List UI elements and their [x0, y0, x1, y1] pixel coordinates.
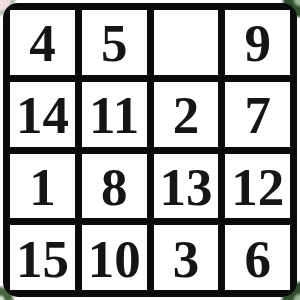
tile-10[interactable]: 10 — [82, 225, 147, 290]
tile-2[interactable]: 2 — [154, 82, 219, 147]
tile-15[interactable]: 15 — [10, 225, 75, 290]
tile-9[interactable]: 9 — [225, 10, 290, 75]
tile-6[interactable]: 6 — [225, 225, 290, 290]
fifteen-puzzle-board: 4 5 9 14 11 2 7 1 8 13 12 15 10 3 6 — [3, 3, 297, 297]
puzzle-screenshot: 4 5 9 14 11 2 7 1 8 13 12 15 10 3 6 — [0, 0, 300, 300]
tile-1[interactable]: 1 — [10, 154, 75, 219]
empty-cell — [154, 10, 219, 75]
tile-7[interactable]: 7 — [225, 82, 290, 147]
tile-4[interactable]: 4 — [10, 10, 75, 75]
tile-12[interactable]: 12 — [225, 154, 290, 219]
tile-3[interactable]: 3 — [154, 225, 219, 290]
tile-8[interactable]: 8 — [82, 154, 147, 219]
tile-11[interactable]: 11 — [82, 82, 147, 147]
tile-13[interactable]: 13 — [154, 154, 219, 219]
tile-14[interactable]: 14 — [10, 82, 75, 147]
tile-5[interactable]: 5 — [82, 10, 147, 75]
